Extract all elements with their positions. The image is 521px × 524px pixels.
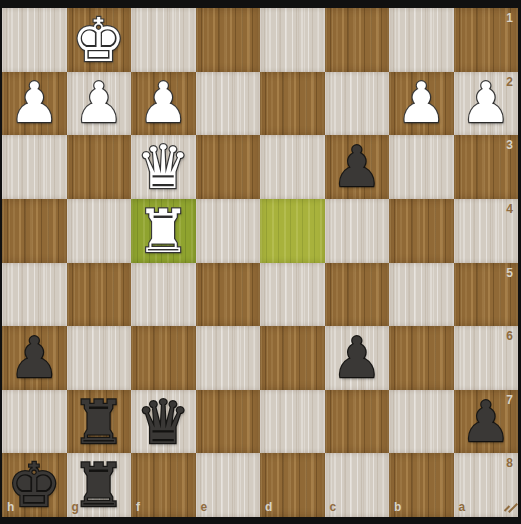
- file-label-c: c: [330, 501, 337, 513]
- square-d1[interactable]: [260, 8, 325, 72]
- square-d4[interactable]: [260, 199, 325, 263]
- square-e4[interactable]: [196, 199, 261, 263]
- white-pawn[interactable]: ♟: [138, 75, 188, 131]
- square-d2[interactable]: [260, 72, 325, 136]
- black-queen[interactable]: ♛: [136, 392, 190, 452]
- black-rook[interactable]: ♜: [72, 392, 126, 452]
- square-a1[interactable]: 1: [454, 8, 519, 72]
- square-g3[interactable]: [67, 135, 132, 199]
- white-pawn[interactable]: ♟: [74, 75, 124, 131]
- square-g2[interactable]: ♟: [67, 72, 132, 136]
- square-c2[interactable]: [325, 72, 390, 136]
- rank-label-6: 6: [506, 330, 513, 342]
- square-b3[interactable]: [389, 135, 454, 199]
- rank-label-8: 8: [506, 457, 513, 469]
- rank-label-3: 3: [506, 139, 513, 151]
- square-f3[interactable]: ♛: [131, 135, 196, 199]
- square-g8[interactable]: ♜g: [67, 453, 132, 517]
- square-f6[interactable]: [131, 326, 196, 390]
- square-a4[interactable]: 4: [454, 199, 519, 263]
- square-e2[interactable]: [196, 72, 261, 136]
- square-b8[interactable]: b: [389, 453, 454, 517]
- square-b7[interactable]: [389, 390, 454, 454]
- square-h4[interactable]: [2, 199, 67, 263]
- square-h6[interactable]: ♟: [2, 326, 67, 390]
- white-pawn[interactable]: ♟: [461, 75, 511, 131]
- square-c1[interactable]: [325, 8, 390, 72]
- file-label-d: d: [265, 501, 272, 513]
- square-d6[interactable]: [260, 326, 325, 390]
- square-c5[interactable]: [325, 263, 390, 327]
- black-king[interactable]: ♚: [7, 455, 61, 515]
- square-d7[interactable]: [260, 390, 325, 454]
- square-c3[interactable]: ♟: [325, 135, 390, 199]
- square-a6[interactable]: 6: [454, 326, 519, 390]
- square-b4[interactable]: [389, 199, 454, 263]
- black-rook[interactable]: ♜: [72, 455, 126, 515]
- square-d5[interactable]: [260, 263, 325, 327]
- square-a2[interactable]: ♟2: [454, 72, 519, 136]
- square-b2[interactable]: ♟: [389, 72, 454, 136]
- square-h7[interactable]: [2, 390, 67, 454]
- file-label-b: b: [394, 501, 401, 513]
- black-pawn[interactable]: ♟: [9, 330, 59, 386]
- square-f5[interactable]: [131, 263, 196, 327]
- file-label-a: a: [459, 501, 466, 513]
- white-pawn[interactable]: ♟: [9, 75, 59, 131]
- white-king[interactable]: ♚: [72, 10, 126, 70]
- square-b6[interactable]: [389, 326, 454, 390]
- square-h5[interactable]: [2, 263, 67, 327]
- file-label-e: e: [201, 501, 208, 513]
- square-f8[interactable]: f: [131, 453, 196, 517]
- square-f2[interactable]: ♟: [131, 72, 196, 136]
- square-a7[interactable]: ♟7: [454, 390, 519, 454]
- square-h2[interactable]: ♟: [2, 72, 67, 136]
- square-h8[interactable]: ♚h: [2, 453, 67, 517]
- black-pawn[interactable]: ♟: [332, 139, 382, 195]
- white-rook[interactable]: ♜: [136, 201, 190, 261]
- square-g1[interactable]: ♚: [67, 8, 132, 72]
- square-g4[interactable]: [67, 199, 132, 263]
- square-c7[interactable]: [325, 390, 390, 454]
- square-a3[interactable]: 3: [454, 135, 519, 199]
- square-e3[interactable]: [196, 135, 261, 199]
- board-frame: ♚1♟♟♟♟♟2♛♟3♜45♟♟6♜♛♟7♚h♜gfedcb8a: [0, 0, 521, 524]
- white-pawn[interactable]: ♟: [396, 75, 446, 131]
- rank-label-1: 1: [506, 12, 513, 24]
- square-d8[interactable]: d: [260, 453, 325, 517]
- square-e5[interactable]: [196, 263, 261, 327]
- square-e1[interactable]: [196, 8, 261, 72]
- square-h3[interactable]: [2, 135, 67, 199]
- square-b1[interactable]: [389, 8, 454, 72]
- chess-board: ♚1♟♟♟♟♟2♛♟3♜45♟♟6♜♛♟7♚h♜gfedcb8a: [2, 8, 518, 517]
- square-e7[interactable]: [196, 390, 261, 454]
- square-c6[interactable]: ♟: [325, 326, 390, 390]
- square-f4[interactable]: ♜: [131, 199, 196, 263]
- square-e8[interactable]: e: [196, 453, 261, 517]
- square-a5[interactable]: 5: [454, 263, 519, 327]
- square-c4[interactable]: [325, 199, 390, 263]
- square-g5[interactable]: [67, 263, 132, 327]
- file-label-f: f: [136, 501, 140, 513]
- square-h1[interactable]: [2, 8, 67, 72]
- resize-handle[interactable]: [501, 500, 517, 516]
- square-f7[interactable]: ♛: [131, 390, 196, 454]
- square-e6[interactable]: [196, 326, 261, 390]
- white-queen[interactable]: ♛: [136, 137, 190, 197]
- rank-label-5: 5: [506, 267, 513, 279]
- square-g6[interactable]: [67, 326, 132, 390]
- square-b5[interactable]: [389, 263, 454, 327]
- black-pawn[interactable]: ♟: [461, 394, 511, 450]
- square-d3[interactable]: [260, 135, 325, 199]
- black-pawn[interactable]: ♟: [332, 330, 382, 386]
- square-g7[interactable]: ♜: [67, 390, 132, 454]
- rank-label-4: 4: [506, 203, 513, 215]
- square-f1[interactable]: [131, 8, 196, 72]
- square-c8[interactable]: c: [325, 453, 390, 517]
- square-a8[interactable]: 8a: [454, 453, 519, 517]
